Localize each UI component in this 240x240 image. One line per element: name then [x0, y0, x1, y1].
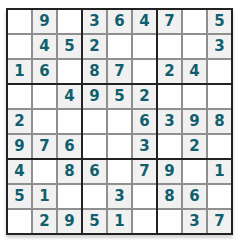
cell-r4c7[interactable]	[158, 85, 181, 108]
cell-r8c7: 8	[158, 185, 181, 208]
cell-r7c3: 8	[58, 160, 81, 183]
cell-r5c9: 8	[208, 110, 231, 133]
cell-r2c4: 2	[83, 35, 106, 58]
cell-r5c4[interactable]	[83, 110, 106, 133]
cell-r6c4[interactable]	[83, 135, 106, 158]
cell-r7c2[interactable]	[33, 160, 56, 183]
cell-r3c6[interactable]	[133, 60, 156, 83]
cell-r3c4: 8	[83, 60, 106, 83]
cell-r1c1[interactable]	[8, 10, 31, 33]
cell-r2c6[interactable]	[133, 35, 156, 58]
cell-r5c5[interactable]	[108, 110, 131, 133]
cell-r4c3: 4	[58, 85, 81, 108]
cell-r9c5: 1	[108, 210, 131, 233]
cell-r8c6[interactable]	[133, 185, 156, 208]
sudoku-box-6: 3982	[158, 85, 231, 158]
cell-r9c2: 2	[33, 210, 56, 233]
cell-r4c9[interactable]	[208, 85, 231, 108]
cell-r9c1[interactable]	[8, 210, 31, 233]
cell-r4c5: 5	[108, 85, 131, 108]
cell-r6c8: 2	[183, 135, 206, 158]
sudoku-box-2: 364287	[83, 10, 156, 83]
cell-r3c9[interactable]	[208, 60, 231, 83]
cell-r2c2: 4	[33, 35, 56, 58]
cell-r2c9: 3	[208, 35, 231, 58]
sudoku-box-7: 485129	[8, 160, 81, 233]
cell-r8c9[interactable]	[208, 185, 231, 208]
sudoku-box-5: 95263	[83, 85, 156, 158]
cell-r8c5: 3	[108, 185, 131, 208]
cell-r5c1: 2	[8, 110, 31, 133]
cell-r2c1[interactable]	[8, 35, 31, 58]
cell-r1c9: 5	[208, 10, 231, 33]
cell-r1c6: 4	[133, 10, 156, 33]
cell-r7c5[interactable]	[108, 160, 131, 183]
cell-r7c7: 9	[158, 160, 181, 183]
cell-r7c4: 6	[83, 160, 106, 183]
cell-r7c9: 1	[208, 160, 231, 183]
cell-r1c5: 6	[108, 10, 131, 33]
cell-r1c8[interactable]	[183, 10, 206, 33]
cell-r8c3[interactable]	[58, 185, 81, 208]
cell-r3c1: 1	[8, 60, 31, 83]
cell-r3c3[interactable]	[58, 60, 81, 83]
cell-r6c6: 3	[133, 135, 156, 158]
cell-r9c3: 9	[58, 210, 81, 233]
cell-r7c1: 4	[8, 160, 31, 183]
cell-r3c8: 4	[183, 60, 206, 83]
sudoku-box-1: 94516	[8, 10, 81, 83]
cell-r4c8[interactable]	[183, 85, 206, 108]
cell-r1c7: 7	[158, 10, 181, 33]
cell-r6c9[interactable]	[208, 135, 231, 158]
cell-r4c2[interactable]	[33, 85, 56, 108]
sudoku-box-3: 75324	[158, 10, 231, 83]
sudoku-box-8: 67351	[83, 160, 156, 233]
cell-r4c4: 9	[83, 85, 106, 108]
cell-r9c8: 3	[183, 210, 206, 233]
cell-r3c2: 6	[33, 60, 56, 83]
cell-r7c8[interactable]	[183, 160, 206, 183]
cell-r6c7[interactable]	[158, 135, 181, 158]
sudoku-board: 9451636428775324429769526339824851296735…	[6, 8, 233, 235]
cell-r8c8: 6	[183, 185, 206, 208]
cell-r1c3[interactable]	[58, 10, 81, 33]
cell-r6c1: 9	[8, 135, 31, 158]
cell-r3c7: 2	[158, 60, 181, 83]
cell-r1c2: 9	[33, 10, 56, 33]
cell-r7c6: 7	[133, 160, 156, 183]
cell-r9c9: 7	[208, 210, 231, 233]
cell-r4c1[interactable]	[8, 85, 31, 108]
cell-r5c3[interactable]	[58, 110, 81, 133]
cell-r6c5[interactable]	[108, 135, 131, 158]
cell-r8c1: 5	[8, 185, 31, 208]
cell-r6c3: 6	[58, 135, 81, 158]
cell-r1c4: 3	[83, 10, 106, 33]
cell-r2c5[interactable]	[108, 35, 131, 58]
cell-r2c3: 5	[58, 35, 81, 58]
cell-r8c4[interactable]	[83, 185, 106, 208]
cell-r5c8: 9	[183, 110, 206, 133]
cell-r9c4: 5	[83, 210, 106, 233]
cell-r5c2[interactable]	[33, 110, 56, 133]
cell-r4c6: 2	[133, 85, 156, 108]
cell-r3c5: 7	[108, 60, 131, 83]
cell-r5c7: 3	[158, 110, 181, 133]
sudoku-box-9: 918637	[158, 160, 231, 233]
cell-r9c6[interactable]	[133, 210, 156, 233]
cell-r2c8[interactable]	[183, 35, 206, 58]
sudoku-box-4: 42976	[8, 85, 81, 158]
cell-r2c7[interactable]	[158, 35, 181, 58]
cell-r6c2: 7	[33, 135, 56, 158]
cell-r5c6: 6	[133, 110, 156, 133]
cell-r9c7[interactable]	[158, 210, 181, 233]
cell-r8c2: 1	[33, 185, 56, 208]
